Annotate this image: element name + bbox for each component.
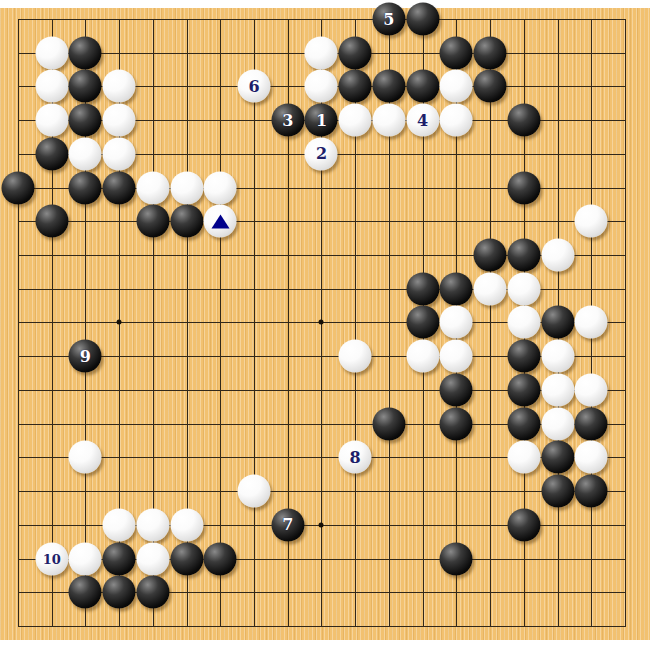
grid-line-horizontal [18,491,626,492]
black-stone [2,171,35,204]
move-number-label: 8 [350,449,361,465]
black-stone [406,3,439,36]
white-stone [305,70,338,103]
black-stone [136,205,169,238]
move-number-label: 1 [316,112,327,128]
white-stone [69,441,102,474]
white-stone [474,272,507,305]
white-stone [103,104,136,137]
black-stone [507,407,540,440]
move-number-label: 4 [417,112,428,128]
grid-line-vertical [625,19,626,627]
black-stone [474,36,507,69]
white-stone [541,340,574,373]
black-stone [507,239,540,272]
grid-line-vertical [490,19,491,627]
white-stone [170,171,203,204]
black-stone [440,373,473,406]
black-stone: 5 [372,3,405,36]
white-stone [35,36,68,69]
black-stone [35,137,68,170]
white-stone [575,373,608,406]
white-stone [339,104,372,137]
black-stone [541,441,574,474]
black-stone [35,205,68,238]
white-stone [440,340,473,373]
white-stone [204,171,237,204]
black-stone [339,36,372,69]
black-stone [406,272,439,305]
white-stone [440,70,473,103]
black-stone: 7 [271,508,304,541]
black-stone [170,542,203,575]
white-stone: 6 [238,70,271,103]
white-stone: 10 [35,542,68,575]
white-stone [507,441,540,474]
white-stone: 4 [406,104,439,137]
move-number-label: 7 [282,517,293,533]
white-stone [103,137,136,170]
black-stone [406,306,439,339]
black-stone [69,576,102,609]
move-number-label: 6 [248,78,259,94]
go-game-window: 56314298710 [0,0,650,648]
white-stone [541,239,574,272]
white-stone [35,70,68,103]
black-stone [575,475,608,508]
move-number-label: 10 [43,552,61,565]
black-stone [575,407,608,440]
white-stone [541,407,574,440]
star-point [319,320,324,325]
white-stone [35,104,68,137]
black-stone [103,576,136,609]
black-stone [372,70,405,103]
move-number-label: 2 [316,146,327,162]
white-stone: 8 [339,441,372,474]
white-stone [339,340,372,373]
black-stone [541,306,574,339]
star-point [319,522,324,527]
black-stone [440,407,473,440]
black-stone: 3 [271,104,304,137]
white-stone [69,542,102,575]
black-stone [103,542,136,575]
white-stone [305,36,338,69]
black-stone [507,104,540,137]
white-stone [136,171,169,204]
white-stone [136,508,169,541]
black-stone [339,70,372,103]
white-stone [541,373,574,406]
grid-line-horizontal [18,626,626,627]
black-stone [69,171,102,204]
black-stone [103,171,136,204]
black-stone [170,205,203,238]
white-stone [575,306,608,339]
white-stone [507,272,540,305]
black-stone [69,70,102,103]
black-stone [372,407,405,440]
white-stone [170,508,203,541]
black-stone [69,36,102,69]
black-stone: 9 [69,340,102,373]
white-stone [440,306,473,339]
white-stone [238,475,271,508]
black-stone [507,171,540,204]
white-stone [440,104,473,137]
black-stone [440,36,473,69]
black-stone [440,542,473,575]
black-stone [507,373,540,406]
white-stone [204,205,237,238]
black-stone [440,272,473,305]
black-stone [507,340,540,373]
star-point [117,320,122,325]
black-stone [204,542,237,575]
move-number-label: 5 [383,11,394,27]
white-stone [575,441,608,474]
move-number-label: 3 [282,112,293,128]
white-stone [507,306,540,339]
white-stone [406,340,439,373]
white-stone: 2 [305,137,338,170]
black-stone [507,508,540,541]
white-stone [575,205,608,238]
white-stone [103,70,136,103]
triangle-marker-icon [211,214,229,228]
black-stone [474,239,507,272]
black-stone [406,70,439,103]
move-number-label: 9 [80,348,91,364]
black-stone: 1 [305,104,338,137]
black-stone [69,104,102,137]
white-stone [103,508,136,541]
black-stone [474,70,507,103]
black-stone [136,576,169,609]
white-stone [372,104,405,137]
white-stone [69,137,102,170]
white-stone [136,542,169,575]
black-stone [541,475,574,508]
